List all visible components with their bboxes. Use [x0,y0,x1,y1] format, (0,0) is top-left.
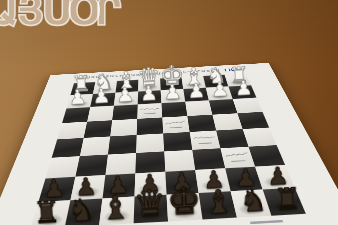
signature-caption [231,160,245,162]
square-b4 [84,120,112,138]
federation-logo-icon [225,68,239,72]
square-f4 [187,115,216,132]
signature-f5 [193,134,217,142]
square-b6 [75,155,107,177]
signature-caption [170,127,183,129]
square-a8: ♜ [30,200,70,225]
logo-checker-icon [231,68,239,72]
black-knight: ♞ [63,194,99,225]
square-g8: ♞ [231,189,272,217]
black-pawn: ♟ [69,174,102,200]
signature-d3 [139,106,160,112]
square-d4 [137,117,163,134]
square-h7: ♟ [255,165,295,189]
chess-board: ♜♞♝♛♚♝♞♜♟♟♟♟♟♟♟♟♟♟♟♟♟♟♟♟♜♞♝♛♚♝♞♜ [30,74,306,225]
square-c7: ♟ [103,173,136,198]
square-d7: ♟ [135,172,167,197]
square-f8: ♝ [199,191,237,219]
signature-e4 [164,118,187,127]
square-d6 [135,151,165,173]
square-a4 [57,122,87,140]
square-a3 [62,107,90,123]
square-d3 [137,103,162,119]
black-rook: ♜ [269,183,305,215]
square-f5 [190,131,221,150]
square-e7: ♟ [165,170,198,195]
logo-blue-square-icon [225,68,231,71]
bottom-right-border-mark [249,220,283,224]
square-h4 [237,112,269,129]
black-rook: ♜ [29,197,65,225]
chess-mat: ՀԱՅԱՍՏԱՆԻ ՇԱԽՄԱՏԱՅԻՆ ՖԵԴԵՐԱՑԻԱ ♜♞♝♛♚♝♞♜♟… [0,63,338,225]
signature-caption [199,142,212,144]
square-c3 [112,104,138,120]
square-e4 [162,116,189,133]
square-c6 [105,153,136,175]
signature-caption [144,113,156,114]
square-b3 [87,106,114,122]
black-pawn: ♟ [101,172,134,198]
square-c8: ♝ [99,197,134,225]
square-b7: ♟ [70,175,105,200]
black-pawn: ♟ [37,176,70,202]
square-e5 [163,132,192,151]
square-b5 [80,136,110,156]
square-d5 [136,133,164,153]
signature-g6 [223,149,250,160]
photo-stage: ԱՅՍՕՐ ՀԱՅԱՍՏԱՆԻ ՇԱԽՄԱՏԱՅԻՆ ՖԵԴԵՐԱՑԻԱ ♜♞♝… [0,0,338,225]
black-pawn: ♟ [261,163,294,189]
news-watermark: ԱՅՍՕՐ [0,0,118,34]
square-h8: ♜ [263,188,306,216]
square-c4 [110,119,137,137]
square-a5 [52,138,84,158]
black-pawn: ♟ [165,168,198,194]
square-h6 [249,145,286,167]
square-h3 [233,98,263,113]
square-c5 [108,135,137,155]
square-e8: ♚ [167,193,203,221]
square-f3 [185,100,212,116]
square-b8: ♞ [65,198,103,225]
square-h5 [243,128,277,147]
square-e3 [161,102,187,118]
square-d8: ♛ [134,195,168,224]
square-e6 [164,150,195,172]
black-pawn: ♟ [133,170,166,196]
